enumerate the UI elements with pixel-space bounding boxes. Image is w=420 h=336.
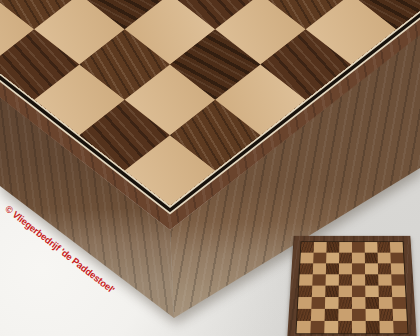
board-square (391, 274, 405, 285)
board-square (352, 286, 365, 298)
board-square (312, 274, 326, 285)
board-square (393, 321, 407, 333)
board-square (377, 242, 390, 252)
board-square (365, 286, 379, 298)
board-square (390, 253, 403, 264)
board-square (300, 253, 313, 264)
board-square (378, 286, 392, 298)
board-square (310, 321, 324, 333)
board-square (365, 263, 378, 274)
board-square (352, 297, 366, 309)
board-square (339, 263, 352, 274)
board-square (352, 263, 365, 274)
board-square (339, 274, 352, 285)
board-square (366, 309, 380, 321)
board-square (326, 253, 339, 264)
board-square (300, 263, 314, 274)
board-square (379, 297, 393, 309)
board-square (365, 297, 379, 309)
board-square (297, 309, 311, 321)
board-square (314, 242, 327, 252)
board-square (379, 309, 393, 321)
board-square (325, 297, 339, 309)
board-square (378, 253, 391, 264)
board-square (311, 297, 325, 309)
board-square (298, 286, 312, 298)
board-square (352, 309, 366, 321)
board-square (390, 242, 403, 252)
board-square (326, 242, 339, 252)
board-square (313, 263, 326, 274)
board-square (378, 263, 391, 274)
board-square (311, 309, 325, 321)
board-square (379, 321, 393, 333)
board-square (391, 263, 405, 274)
board-square (296, 321, 310, 333)
board-square (339, 242, 352, 252)
board-square (324, 321, 338, 333)
board-square (393, 309, 407, 321)
board-square (352, 321, 366, 333)
inset-photo (287, 236, 417, 336)
board-square (392, 286, 406, 298)
board-square (366, 321, 380, 333)
board-square (299, 274, 313, 285)
board-square (365, 253, 378, 264)
board-square (326, 274, 339, 285)
board-square (298, 297, 312, 309)
board-square (326, 263, 339, 274)
board-square (352, 242, 365, 252)
board-square (392, 297, 406, 309)
board-square (312, 286, 326, 298)
board-square (338, 297, 352, 309)
board-square (339, 253, 352, 264)
inset-board-field (296, 242, 407, 333)
board-square (339, 286, 352, 298)
board-square (338, 309, 352, 321)
inset-board-frame (287, 236, 417, 336)
board-square (365, 274, 378, 285)
board-square (338, 321, 352, 333)
board-square (352, 274, 365, 285)
board-square (352, 253, 365, 264)
board-square (325, 309, 339, 321)
board-square (313, 253, 326, 264)
board-square (378, 274, 392, 285)
board-square (325, 286, 339, 298)
board-square (301, 242, 314, 252)
board-square (365, 242, 378, 252)
product-photo-scene: © Vliegerbedrijf 'de Paddestoel' (0, 0, 420, 336)
